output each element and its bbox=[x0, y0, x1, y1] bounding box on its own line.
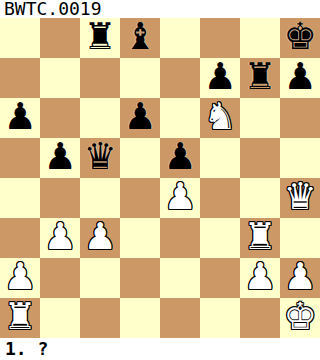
square-g1[interactable] bbox=[240, 298, 280, 338]
square-d3[interactable] bbox=[120, 218, 160, 258]
square-a3[interactable] bbox=[0, 218, 40, 258]
white-pawn-b3[interactable]: ♟ bbox=[43, 218, 76, 257]
square-b1[interactable] bbox=[40, 298, 80, 338]
square-e4[interactable]: ♟ bbox=[160, 178, 200, 218]
black-pawn-d6[interactable]: ♟ bbox=[123, 98, 156, 137]
square-h5[interactable] bbox=[280, 138, 320, 178]
square-b8[interactable] bbox=[40, 18, 80, 58]
move-prompt: 1. ? bbox=[0, 338, 320, 360]
square-e3[interactable] bbox=[160, 218, 200, 258]
square-c5[interactable]: ♛ bbox=[80, 138, 120, 178]
square-d5[interactable] bbox=[120, 138, 160, 178]
square-f8[interactable] bbox=[200, 18, 240, 58]
square-b5[interactable]: ♟ bbox=[40, 138, 80, 178]
square-d1[interactable] bbox=[120, 298, 160, 338]
white-king-h1[interactable]: ♚ bbox=[283, 298, 316, 337]
square-a5[interactable] bbox=[0, 138, 40, 178]
white-knight-f6[interactable]: ♞ bbox=[203, 98, 236, 137]
square-f7[interactable]: ♟ bbox=[200, 58, 240, 98]
square-a8[interactable] bbox=[0, 18, 40, 58]
square-a4[interactable] bbox=[0, 178, 40, 218]
black-pawn-a6[interactable]: ♟ bbox=[3, 98, 36, 137]
square-h7[interactable]: ♟ bbox=[280, 58, 320, 98]
black-rook-c8[interactable]: ♜ bbox=[83, 18, 116, 57]
square-f1[interactable] bbox=[200, 298, 240, 338]
square-a1[interactable]: ♜ bbox=[0, 298, 40, 338]
black-pawn-h7[interactable]: ♟ bbox=[283, 58, 316, 97]
square-b4[interactable] bbox=[40, 178, 80, 218]
black-king-h8[interactable]: ♚ bbox=[283, 18, 316, 57]
square-h4[interactable]: ♛ bbox=[280, 178, 320, 218]
white-queen-h4[interactable]: ♛ bbox=[283, 178, 316, 217]
chess-board: ♜♝♚♟♜♟♟♟♞♟♛♟♟♛♟♟♜♟♟♟♜♚ bbox=[0, 18, 320, 338]
square-d2[interactable] bbox=[120, 258, 160, 298]
square-d6[interactable]: ♟ bbox=[120, 98, 160, 138]
black-bishop-d8[interactable]: ♝ bbox=[123, 18, 156, 57]
square-g4[interactable] bbox=[240, 178, 280, 218]
square-g6[interactable] bbox=[240, 98, 280, 138]
square-c8[interactable]: ♜ bbox=[80, 18, 120, 58]
square-b7[interactable] bbox=[40, 58, 80, 98]
square-b3[interactable]: ♟ bbox=[40, 218, 80, 258]
square-d4[interactable] bbox=[120, 178, 160, 218]
black-queen-c5[interactable]: ♛ bbox=[83, 138, 116, 177]
square-h3[interactable] bbox=[280, 218, 320, 258]
square-g5[interactable] bbox=[240, 138, 280, 178]
square-g8[interactable] bbox=[240, 18, 280, 58]
white-pawn-g2[interactable]: ♟ bbox=[243, 258, 276, 297]
square-f6[interactable]: ♞ bbox=[200, 98, 240, 138]
square-f5[interactable] bbox=[200, 138, 240, 178]
white-rook-a1[interactable]: ♜ bbox=[3, 298, 36, 337]
white-rook-g3[interactable]: ♜ bbox=[243, 218, 276, 257]
square-f3[interactable] bbox=[200, 218, 240, 258]
square-c1[interactable] bbox=[80, 298, 120, 338]
white-pawn-a2[interactable]: ♟ bbox=[3, 258, 36, 297]
square-e5[interactable]: ♟ bbox=[160, 138, 200, 178]
black-rook-g7[interactable]: ♜ bbox=[243, 58, 276, 97]
white-pawn-c3[interactable]: ♟ bbox=[83, 218, 116, 257]
black-pawn-b5[interactable]: ♟ bbox=[43, 138, 76, 177]
square-g3[interactable]: ♜ bbox=[240, 218, 280, 258]
square-c7[interactable] bbox=[80, 58, 120, 98]
square-c6[interactable] bbox=[80, 98, 120, 138]
square-f4[interactable] bbox=[200, 178, 240, 218]
square-f2[interactable] bbox=[200, 258, 240, 298]
square-d7[interactable] bbox=[120, 58, 160, 98]
square-d8[interactable]: ♝ bbox=[120, 18, 160, 58]
square-a7[interactable] bbox=[0, 58, 40, 98]
square-e6[interactable] bbox=[160, 98, 200, 138]
square-a2[interactable]: ♟ bbox=[0, 258, 40, 298]
square-g2[interactable]: ♟ bbox=[240, 258, 280, 298]
square-h1[interactable]: ♚ bbox=[280, 298, 320, 338]
square-b6[interactable] bbox=[40, 98, 80, 138]
square-h6[interactable] bbox=[280, 98, 320, 138]
square-e1[interactable] bbox=[160, 298, 200, 338]
square-g7[interactable]: ♜ bbox=[240, 58, 280, 98]
square-e8[interactable] bbox=[160, 18, 200, 58]
black-pawn-f7[interactable]: ♟ bbox=[203, 58, 236, 97]
white-pawn-e4[interactable]: ♟ bbox=[163, 178, 196, 217]
square-c3[interactable]: ♟ bbox=[80, 218, 120, 258]
square-a6[interactable]: ♟ bbox=[0, 98, 40, 138]
square-e7[interactable] bbox=[160, 58, 200, 98]
square-c4[interactable] bbox=[80, 178, 120, 218]
square-c2[interactable] bbox=[80, 258, 120, 298]
white-pawn-h2[interactable]: ♟ bbox=[283, 258, 316, 297]
square-e2[interactable] bbox=[160, 258, 200, 298]
square-h2[interactable]: ♟ bbox=[280, 258, 320, 298]
puzzle-title: BWTC.0019 bbox=[0, 0, 320, 18]
square-h8[interactable]: ♚ bbox=[280, 18, 320, 58]
square-b2[interactable] bbox=[40, 258, 80, 298]
black-pawn-e5[interactable]: ♟ bbox=[163, 138, 196, 177]
